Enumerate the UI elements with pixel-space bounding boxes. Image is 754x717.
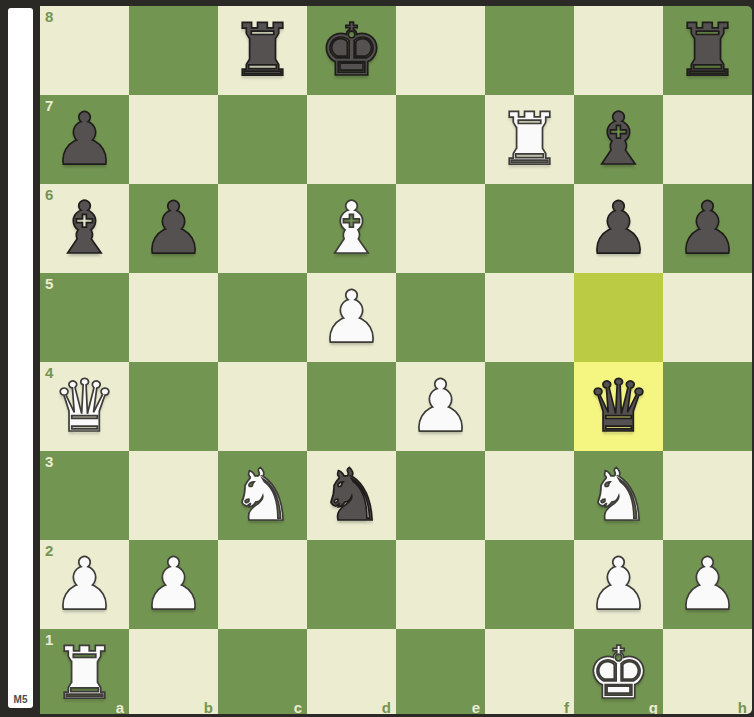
square-e4[interactable]: ♟ (396, 362, 485, 451)
square-d5[interactable]: ♟ (307, 273, 396, 362)
piece-white-rook[interactable]: ♜ (497, 95, 562, 184)
piece-white-queen[interactable]: ♛ (52, 362, 117, 451)
rank-label-4: 4 (45, 365, 53, 380)
square-g2[interactable]: ♟ (574, 540, 663, 629)
piece-white-knight[interactable]: ♞ (230, 451, 295, 540)
square-f4[interactable] (485, 362, 574, 451)
square-f6[interactable] (485, 184, 574, 273)
square-a7[interactable]: 7♟ (40, 95, 129, 184)
square-g1[interactable]: g♚ (574, 629, 663, 714)
square-d7[interactable] (307, 95, 396, 184)
square-g4[interactable]: ♛ (574, 362, 663, 451)
square-e2[interactable] (396, 540, 485, 629)
square-c6[interactable] (218, 184, 307, 273)
rank-label-7: 7 (45, 98, 53, 113)
square-g5[interactable] (574, 273, 663, 362)
piece-black-pawn[interactable]: ♟ (675, 184, 740, 273)
square-a1[interactable]: 1a♜ (40, 629, 129, 714)
file-label-b: b (204, 700, 213, 714)
piece-black-pawn[interactable]: ♟ (586, 184, 651, 273)
piece-black-rook[interactable]: ♜ (230, 6, 295, 95)
app-frame: M5 8♜♚♜7♟♜♝6♝♟♝♟♟5♟4♛♟♛3♞♞♞2♟♟♟♟1a♜bcdef… (0, 0, 754, 717)
square-g8[interactable] (574, 6, 663, 95)
square-e3[interactable] (396, 451, 485, 540)
file-label-c: c (294, 700, 302, 714)
square-a4[interactable]: 4♛ (40, 362, 129, 451)
rank-label-2: 2 (45, 543, 53, 558)
square-a3[interactable]: 3 (40, 451, 129, 540)
file-label-e: e (472, 700, 480, 714)
square-e6[interactable] (396, 184, 485, 273)
square-b6[interactable]: ♟ (129, 184, 218, 273)
piece-black-king[interactable]: ♚ (319, 6, 384, 95)
rank-label-5: 5 (45, 276, 53, 291)
chess-board: 8♜♚♜7♟♜♝6♝♟♝♟♟5♟4♛♟♛3♞♞♞2♟♟♟♟1a♜bcdefg♚h (40, 6, 752, 714)
piece-white-bishop[interactable]: ♝ (319, 184, 384, 273)
piece-white-king[interactable]: ♚ (586, 629, 651, 714)
square-h5[interactable] (663, 273, 752, 362)
square-b8[interactable] (129, 6, 218, 95)
evaluation-label: M5 (8, 694, 33, 705)
square-f7[interactable]: ♜ (485, 95, 574, 184)
square-e5[interactable] (396, 273, 485, 362)
square-b4[interactable] (129, 362, 218, 451)
evaluation-bar: M5 (8, 8, 33, 708)
square-f3[interactable] (485, 451, 574, 540)
square-f2[interactable] (485, 540, 574, 629)
square-h3[interactable] (663, 451, 752, 540)
piece-white-rook[interactable]: ♜ (52, 629, 117, 714)
square-b5[interactable] (129, 273, 218, 362)
square-c7[interactable] (218, 95, 307, 184)
square-c5[interactable] (218, 273, 307, 362)
square-d4[interactable] (307, 362, 396, 451)
square-d3[interactable]: ♞ (307, 451, 396, 540)
square-b2[interactable]: ♟ (129, 540, 218, 629)
piece-black-knight[interactable]: ♞ (319, 451, 384, 540)
file-label-a: a (116, 700, 124, 714)
square-c2[interactable] (218, 540, 307, 629)
square-g3[interactable]: ♞ (574, 451, 663, 540)
square-f8[interactable] (485, 6, 574, 95)
square-h8[interactable]: ♜ (663, 6, 752, 95)
rank-label-6: 6 (45, 187, 53, 202)
piece-black-bishop[interactable]: ♝ (52, 184, 117, 273)
piece-white-knight[interactable]: ♞ (586, 451, 651, 540)
piece-black-pawn[interactable]: ♟ (141, 184, 206, 273)
square-c4[interactable] (218, 362, 307, 451)
square-g6[interactable]: ♟ (574, 184, 663, 273)
square-c1[interactable]: c (218, 629, 307, 714)
file-label-h: h (738, 700, 747, 714)
square-c8[interactable]: ♜ (218, 6, 307, 95)
square-h6[interactable]: ♟ (663, 184, 752, 273)
rank-label-8: 8 (45, 9, 53, 24)
file-label-g: g (649, 700, 658, 714)
piece-white-pawn[interactable]: ♟ (408, 362, 473, 451)
file-label-f: f (564, 700, 569, 714)
square-e1[interactable]: e (396, 629, 485, 714)
square-d1[interactable]: d (307, 629, 396, 714)
square-a5[interactable]: 5 (40, 273, 129, 362)
square-b1[interactable]: b (129, 629, 218, 714)
piece-white-pawn[interactable]: ♟ (675, 540, 740, 629)
piece-white-pawn[interactable]: ♟ (141, 540, 206, 629)
square-h1[interactable]: h (663, 629, 752, 714)
square-d2[interactable] (307, 540, 396, 629)
square-d6[interactable]: ♝ (307, 184, 396, 273)
square-e7[interactable] (396, 95, 485, 184)
square-h4[interactable] (663, 362, 752, 451)
square-f1[interactable]: f (485, 629, 574, 714)
square-b7[interactable] (129, 95, 218, 184)
square-a6[interactable]: 6♝ (40, 184, 129, 273)
square-c3[interactable]: ♞ (218, 451, 307, 540)
piece-black-bishop[interactable]: ♝ (586, 95, 651, 184)
square-a2[interactable]: 2♟ (40, 540, 129, 629)
piece-white-pawn[interactable]: ♟ (52, 540, 117, 629)
square-f5[interactable] (485, 273, 574, 362)
rank-label-3: 3 (45, 454, 53, 469)
piece-black-queen[interactable]: ♛ (586, 362, 651, 451)
file-label-d: d (382, 700, 391, 714)
square-d8[interactable]: ♚ (307, 6, 396, 95)
rank-label-1: 1 (45, 632, 53, 647)
piece-white-pawn[interactable]: ♟ (586, 540, 651, 629)
piece-white-pawn[interactable]: ♟ (319, 273, 384, 362)
square-a8[interactable]: 8 (40, 6, 129, 95)
piece-black-rook[interactable]: ♜ (675, 6, 740, 95)
piece-black-pawn[interactable]: ♟ (52, 95, 117, 184)
square-h7[interactable] (663, 95, 752, 184)
square-h2[interactable]: ♟ (663, 540, 752, 629)
square-b3[interactable] (129, 451, 218, 540)
square-e8[interactable] (396, 6, 485, 95)
square-g7[interactable]: ♝ (574, 95, 663, 184)
